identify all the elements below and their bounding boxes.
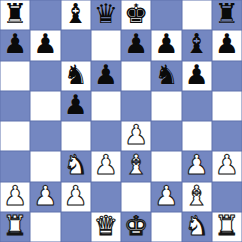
piece-white-rook: ♜ (215, 212, 239, 241)
square-b7[interactable]: ♟ (30, 30, 60, 60)
square-a8[interactable]: ♜ (0, 0, 30, 30)
piece-black-queen: ♛ (94, 0, 118, 29)
chess-board: ♜♝♛♚♜♟♟♟♟♝♟♞♟♞♟♟♟♞♟♝♟♟♟♟♟♟♝♜♛♚♞♜ (0, 0, 242, 242)
square-h1[interactable]: ♜ (212, 212, 242, 242)
square-g5[interactable] (182, 91, 212, 121)
piece-black-pawn: ♟ (64, 91, 88, 120)
square-d5[interactable] (91, 91, 121, 121)
square-d7[interactable] (91, 30, 121, 60)
square-e3[interactable]: ♝ (121, 151, 151, 181)
square-f2[interactable]: ♟ (151, 182, 181, 212)
square-c5[interactable]: ♟ (61, 91, 91, 121)
square-d6[interactable]: ♟ (91, 61, 121, 91)
square-g3[interactable]: ♟ (182, 151, 212, 181)
square-e2[interactable] (121, 182, 151, 212)
square-h5[interactable] (212, 91, 242, 121)
piece-white-queen: ♛ (94, 212, 118, 241)
square-a3[interactable] (0, 151, 30, 181)
piece-white-bishop: ♝ (124, 151, 148, 180)
piece-black-pawn: ♟ (124, 30, 148, 59)
piece-white-pawn: ♟ (33, 182, 57, 211)
square-e8[interactable]: ♚ (121, 0, 151, 30)
square-a4[interactable] (0, 121, 30, 151)
piece-white-bishop: ♝ (185, 182, 209, 211)
square-e7[interactable]: ♟ (121, 30, 151, 60)
piece-black-knight: ♞ (154, 61, 178, 90)
square-a2[interactable]: ♟ (0, 182, 30, 212)
piece-black-king: ♚ (124, 0, 148, 29)
square-b4[interactable] (30, 121, 60, 151)
square-f8[interactable] (151, 0, 181, 30)
square-c3[interactable]: ♞ (61, 151, 91, 181)
square-c4[interactable] (61, 121, 91, 151)
square-b6[interactable] (30, 61, 60, 91)
piece-black-pawn: ♟ (185, 61, 209, 90)
square-g7[interactable]: ♝ (182, 30, 212, 60)
square-e1[interactable]: ♚ (121, 212, 151, 242)
square-g4[interactable] (182, 121, 212, 151)
piece-white-pawn: ♟ (64, 182, 88, 211)
piece-white-pawn: ♟ (185, 151, 209, 180)
square-g6[interactable]: ♟ (182, 61, 212, 91)
square-f7[interactable]: ♟ (151, 30, 181, 60)
square-b3[interactable] (30, 151, 60, 181)
square-a6[interactable] (0, 61, 30, 91)
piece-white-knight: ♞ (64, 151, 88, 180)
square-f5[interactable] (151, 91, 181, 121)
square-g2[interactable]: ♝ (182, 182, 212, 212)
square-f6[interactable]: ♞ (151, 61, 181, 91)
square-f4[interactable] (151, 121, 181, 151)
square-d1[interactable]: ♛ (91, 212, 121, 242)
square-a1[interactable]: ♜ (0, 212, 30, 242)
piece-black-pawn: ♟ (3, 30, 27, 59)
piece-black-pawn: ♟ (33, 30, 57, 59)
piece-white-pawn: ♟ (154, 182, 178, 211)
piece-black-knight: ♞ (64, 61, 88, 90)
square-c1[interactable] (61, 212, 91, 242)
square-d2[interactable] (91, 182, 121, 212)
square-h2[interactable] (212, 182, 242, 212)
square-e5[interactable] (121, 91, 151, 121)
square-c2[interactable]: ♟ (61, 182, 91, 212)
piece-white-knight: ♞ (185, 212, 209, 241)
square-h6[interactable] (212, 61, 242, 91)
square-f1[interactable] (151, 212, 181, 242)
piece-black-rook: ♜ (3, 0, 27, 29)
square-e6[interactable] (121, 61, 151, 91)
piece-white-pawn: ♟ (215, 151, 239, 180)
square-f3[interactable] (151, 151, 181, 181)
square-b1[interactable] (30, 212, 60, 242)
square-b8[interactable] (30, 0, 60, 30)
piece-black-pawn: ♟ (154, 30, 178, 59)
piece-white-pawn: ♟ (3, 182, 27, 211)
square-g1[interactable]: ♞ (182, 212, 212, 242)
piece-white-pawn: ♟ (124, 121, 148, 150)
piece-black-pawn: ♟ (215, 30, 239, 59)
square-d4[interactable] (91, 121, 121, 151)
piece-white-rook: ♜ (3, 212, 27, 241)
piece-black-bishop: ♝ (64, 0, 88, 29)
square-d8[interactable]: ♛ (91, 0, 121, 30)
square-e4[interactable]: ♟ (121, 121, 151, 151)
square-h3[interactable]: ♟ (212, 151, 242, 181)
square-a7[interactable]: ♟ (0, 30, 30, 60)
square-a5[interactable] (0, 91, 30, 121)
square-b5[interactable] (30, 91, 60, 121)
square-h7[interactable]: ♟ (212, 30, 242, 60)
square-c7[interactable] (61, 30, 91, 60)
square-g8[interactable] (182, 0, 212, 30)
square-d3[interactable]: ♟ (91, 151, 121, 181)
piece-black-rook: ♜ (215, 0, 239, 29)
piece-black-pawn: ♟ (94, 61, 118, 90)
square-c8[interactable]: ♝ (61, 0, 91, 30)
piece-white-pawn: ♟ (94, 151, 118, 180)
square-h4[interactable] (212, 121, 242, 151)
square-h8[interactable]: ♜ (212, 0, 242, 30)
piece-white-king: ♚ (124, 212, 148, 241)
square-b2[interactable]: ♟ (30, 182, 60, 212)
piece-black-bishop: ♝ (185, 30, 209, 59)
square-c6[interactable]: ♞ (61, 61, 91, 91)
